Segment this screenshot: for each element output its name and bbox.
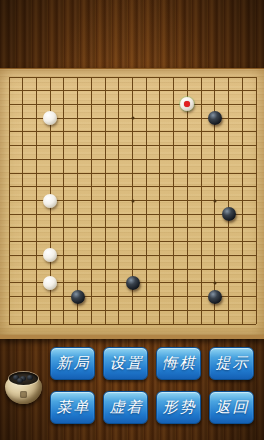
grid-line-vertical — [173, 77, 174, 324]
grid-line-vertical — [242, 77, 243, 324]
grid-line-horizontal — [9, 324, 256, 325]
back-button[interactable]: 返回 — [209, 391, 254, 424]
black-stone-Q16 — [208, 111, 222, 125]
grid-line-vertical — [256, 77, 257, 324]
bowl-opening — [9, 372, 38, 385]
button-grid: 新局 设置 悔棋 提示 菜单 虚着 形势 返回 — [50, 347, 254, 424]
bowl-stone — [17, 378, 23, 383]
grid-line-horizontal — [9, 310, 256, 311]
star-point — [213, 281, 216, 284]
board-grid[interactable] — [9, 77, 256, 324]
white-stone-D10 — [43, 194, 57, 208]
black-stone-K4 — [126, 276, 140, 290]
settings-button[interactable]: 设置 — [103, 347, 148, 380]
grid-line-vertical — [159, 77, 160, 324]
black-stone-F3 — [71, 290, 85, 304]
undo-button[interactable]: 悔棋 — [156, 347, 201, 380]
grid-line-vertical — [187, 77, 188, 324]
black-stone-Q3 — [208, 290, 222, 304]
bowl-stone — [27, 375, 33, 380]
star-point — [213, 199, 216, 202]
white-stone-D6 — [43, 248, 57, 262]
grid-line-vertical — [201, 77, 202, 324]
pass-button[interactable]: 虚着 — [103, 391, 148, 424]
grid-line-horizontal — [9, 269, 256, 270]
grid-line-vertical — [228, 77, 229, 324]
grid-line-vertical — [146, 77, 147, 324]
menu-button[interactable]: 菜单 — [50, 391, 95, 424]
grid-line-horizontal — [9, 241, 256, 242]
bowl-mark — [20, 391, 27, 398]
grid-line-horizontal — [9, 214, 256, 215]
go-stone-bowl-icon — [5, 371, 42, 404]
grid-line-horizontal — [9, 227, 256, 228]
last-move-marker — [184, 101, 190, 107]
white-stone-O17 — [180, 97, 194, 111]
go-board[interactable] — [0, 68, 264, 339]
black-stone-R9 — [222, 207, 236, 221]
white-stone-D16 — [43, 111, 57, 125]
new-game-button[interactable]: 新局 — [50, 347, 95, 380]
hint-button[interactable]: 提示 — [209, 347, 254, 380]
star-point — [131, 199, 134, 202]
app-screen: 新局 设置 悔棋 提示 菜单 虚着 形势 返回 — [0, 0, 264, 440]
star-point — [131, 117, 134, 120]
estimate-button[interactable]: 形势 — [156, 391, 201, 424]
white-stone-D4 — [43, 276, 57, 290]
